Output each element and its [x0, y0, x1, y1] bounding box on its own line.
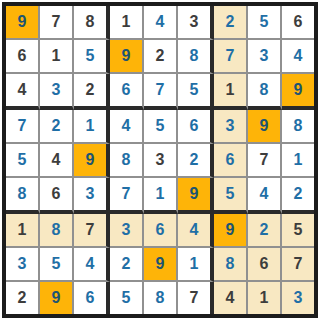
cell-r6c2[interactable]: 6: [40, 178, 74, 214]
cell-r3c9[interactable]: 9: [282, 74, 314, 110]
cell-r4c3[interactable]: 1: [74, 110, 110, 144]
cell-r9c1[interactable]: 2: [6, 282, 40, 314]
cell-r2c5[interactable]: 2: [144, 40, 178, 74]
cell-r8c4[interactable]: 2: [110, 248, 144, 282]
cell-r6c9[interactable]: 2: [282, 178, 314, 214]
cell-r8c9[interactable]: 7: [282, 248, 314, 282]
cell-r2c1[interactable]: 6: [6, 40, 40, 74]
cell-r8c7[interactable]: 8: [214, 248, 248, 282]
cell-r2c4[interactable]: 9: [110, 40, 144, 74]
cell-r3c8[interactable]: 8: [248, 74, 282, 110]
cell-r1c7[interactable]: 2: [214, 6, 248, 40]
cell-r7c9[interactable]: 5: [282, 214, 314, 248]
cell-r8c8[interactable]: 6: [248, 248, 282, 282]
cell-r8c2[interactable]: 5: [40, 248, 74, 282]
cell-r2c7[interactable]: 7: [214, 40, 248, 74]
cell-r1c8[interactable]: 5: [248, 6, 282, 40]
cell-r5c9[interactable]: 1: [282, 144, 314, 178]
cell-r5c5[interactable]: 3: [144, 144, 178, 178]
cell-r9c4[interactable]: 5: [110, 282, 144, 314]
cell-r3c2[interactable]: 3: [40, 74, 74, 110]
cell-r2c2[interactable]: 1: [40, 40, 74, 74]
cell-r3c5[interactable]: 7: [144, 74, 178, 110]
cell-r4c1[interactable]: 7: [6, 110, 40, 144]
cell-r6c7[interactable]: 5: [214, 178, 248, 214]
cell-r5c3[interactable]: 9: [74, 144, 110, 178]
cell-r6c1[interactable]: 8: [6, 178, 40, 214]
cell-r1c9[interactable]: 6: [282, 6, 314, 40]
cell-r4c5[interactable]: 5: [144, 110, 178, 144]
cell-r4c8[interactable]: 9: [248, 110, 282, 144]
cell-r9c9[interactable]: 3: [282, 282, 314, 314]
sudoku-grid: 9781432566159287344326751897214563985498…: [6, 6, 314, 314]
cell-r5c1[interactable]: 5: [6, 144, 40, 178]
cell-r4c4[interactable]: 4: [110, 110, 144, 144]
cell-r6c8[interactable]: 4: [248, 178, 282, 214]
cell-r8c1[interactable]: 3: [6, 248, 40, 282]
cell-r8c5[interactable]: 9: [144, 248, 178, 282]
cell-r6c5[interactable]: 1: [144, 178, 178, 214]
cell-r4c7[interactable]: 3: [214, 110, 248, 144]
cell-r9c3[interactable]: 6: [74, 282, 110, 314]
cell-r2c3[interactable]: 5: [74, 40, 110, 74]
cell-r1c2[interactable]: 7: [40, 6, 74, 40]
cell-r4c9[interactable]: 8: [282, 110, 314, 144]
cell-r1c6[interactable]: 3: [178, 6, 214, 40]
sudoku-board: 9781432566159287344326751897214563985498…: [2, 2, 318, 318]
cell-r7c7[interactable]: 9: [214, 214, 248, 248]
cell-r2c6[interactable]: 8: [178, 40, 214, 74]
cell-r9c8[interactable]: 1: [248, 282, 282, 314]
cell-r1c5[interactable]: 4: [144, 6, 178, 40]
cell-r9c7[interactable]: 4: [214, 282, 248, 314]
cell-r8c6[interactable]: 1: [178, 248, 214, 282]
cell-r6c4[interactable]: 7: [110, 178, 144, 214]
cell-r7c4[interactable]: 3: [110, 214, 144, 248]
cell-r9c2[interactable]: 9: [40, 282, 74, 314]
cell-r3c4[interactable]: 6: [110, 74, 144, 110]
cell-r7c5[interactable]: 6: [144, 214, 178, 248]
cell-r6c3[interactable]: 3: [74, 178, 110, 214]
cell-r5c6[interactable]: 2: [178, 144, 214, 178]
cell-r3c7[interactable]: 1: [214, 74, 248, 110]
cell-r5c2[interactable]: 4: [40, 144, 74, 178]
cell-r8c3[interactable]: 4: [74, 248, 110, 282]
cell-r4c6[interactable]: 6: [178, 110, 214, 144]
cell-r9c5[interactable]: 8: [144, 282, 178, 314]
cell-r7c1[interactable]: 1: [6, 214, 40, 248]
cell-r3c3[interactable]: 2: [74, 74, 110, 110]
cell-r4c2[interactable]: 2: [40, 110, 74, 144]
cell-r1c3[interactable]: 8: [74, 6, 110, 40]
cell-r5c8[interactable]: 7: [248, 144, 282, 178]
cell-r1c4[interactable]: 1: [110, 6, 144, 40]
cell-r3c6[interactable]: 5: [178, 74, 214, 110]
cell-r7c2[interactable]: 8: [40, 214, 74, 248]
cell-r2c8[interactable]: 3: [248, 40, 282, 74]
cell-r5c4[interactable]: 8: [110, 144, 144, 178]
cell-r9c6[interactable]: 7: [178, 282, 214, 314]
cell-r7c8[interactable]: 2: [248, 214, 282, 248]
cell-r6c6[interactable]: 9: [178, 178, 214, 214]
cell-r2c9[interactable]: 4: [282, 40, 314, 74]
cell-r3c1[interactable]: 4: [6, 74, 40, 110]
cell-r1c1[interactable]: 9: [6, 6, 40, 40]
cell-r5c7[interactable]: 6: [214, 144, 248, 178]
cell-r7c3[interactable]: 7: [74, 214, 110, 248]
cell-r7c6[interactable]: 4: [178, 214, 214, 248]
